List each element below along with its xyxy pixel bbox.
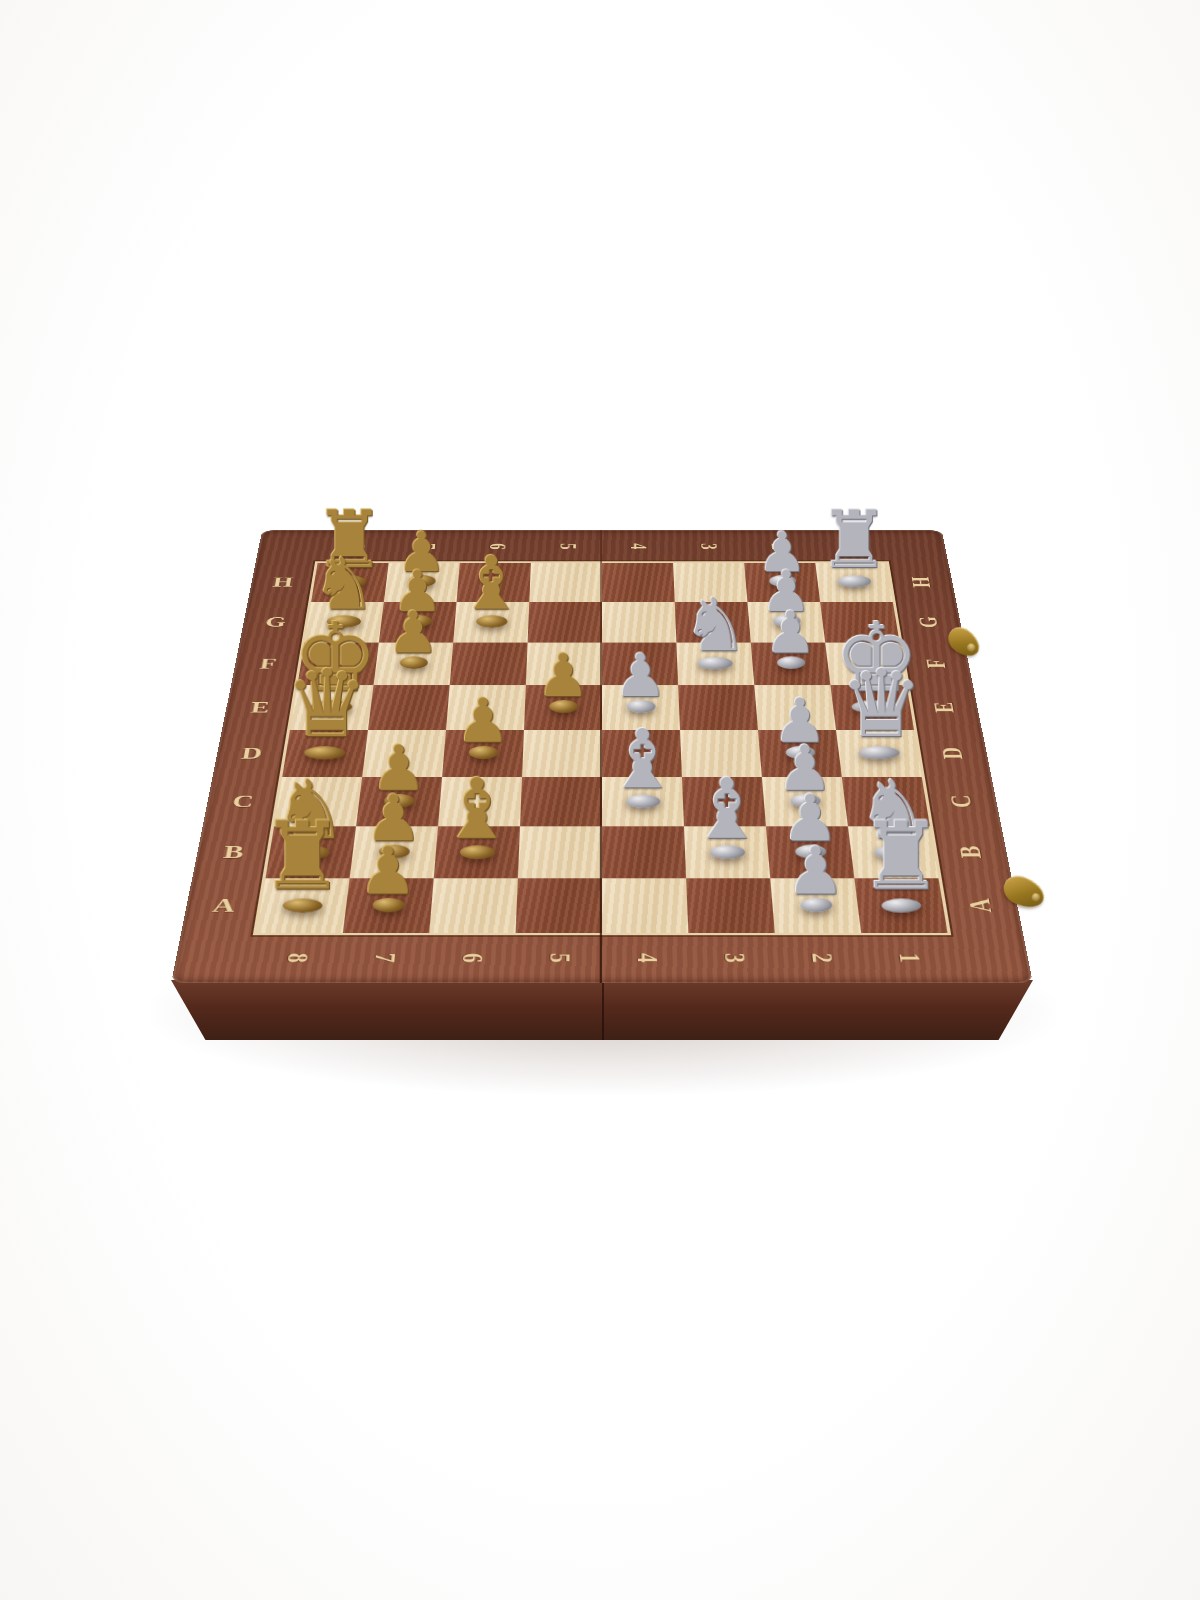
piece-black-b-g6[interactable]: ♝ (454, 546, 528, 627)
piece-glyph: ♟ (773, 839, 859, 906)
piece-black-b-b6[interactable]: ♝ (435, 767, 518, 858)
piece-glyph: ♟ (602, 647, 679, 708)
piece-glyph: ♜ (859, 810, 945, 906)
piece-glyph: ♝ (435, 767, 518, 852)
piece-white-p-f2[interactable]: ♟ (753, 604, 828, 669)
board-scene: HGFEDCBAHGFEDCBA8765432187654321 ♜♞♛♚♞♜♟… (222, 350, 982, 1110)
piece-glyph: ♟ (525, 647, 602, 708)
piece-glyph: ♝ (454, 546, 528, 621)
piece-glyph: ♜ (260, 810, 346, 906)
piece-glyph: ♜ (818, 500, 890, 581)
piece-glyph: ♟ (753, 604, 828, 663)
piece-white-b-c4[interactable]: ♝ (602, 719, 683, 808)
piece-glyph: ♛ (840, 658, 919, 753)
piece-black-r-a8[interactable]: ♜ (260, 810, 346, 913)
piece-glyph: ♟ (376, 604, 451, 663)
piece-glyph: ♞ (677, 588, 752, 663)
clasp-knob-icon (965, 642, 976, 653)
pieces-layer: ♜♞♛♚♞♜♟♟♟♟♟♟♝♟♝♟♝♟♝♞♟♟♟♟♟♟♟♜♞♛♚♜ (171, 530, 1033, 983)
piece-white-r-a1[interactable]: ♜ (859, 810, 945, 913)
piece-glyph: ♟ (444, 691, 523, 753)
piece-black-p-a7[interactable]: ♟ (345, 839, 431, 913)
piece-white-p-a2[interactable]: ♟ (773, 839, 859, 913)
piece-black-p-f7[interactable]: ♟ (376, 604, 451, 669)
photo-background: HGFEDCBAHGFEDCBA8765432187654321 ♜♞♛♚♞♜♟… (0, 0, 1200, 1600)
piece-white-r-h1[interactable]: ♜ (818, 500, 890, 587)
clasp-knob-icon (1031, 892, 1042, 903)
piece-white-q-d1[interactable]: ♛ (840, 658, 919, 759)
piece-glyph: ♝ (602, 719, 683, 802)
piece-glyph: ♟ (345, 839, 431, 906)
piece-white-n-f3[interactable]: ♞ (677, 588, 752, 669)
piece-white-p-e4[interactable]: ♟ (602, 647, 679, 714)
piece-white-b-b3[interactable]: ♝ (685, 767, 768, 858)
piece-glyph: ♝ (685, 767, 768, 852)
piece-black-p-e5[interactable]: ♟ (525, 647, 602, 714)
piece-black-p-d6[interactable]: ♟ (444, 691, 523, 759)
piece-glyph: ♛ (285, 658, 364, 753)
piece-black-q-d8[interactable]: ♛ (285, 658, 364, 759)
